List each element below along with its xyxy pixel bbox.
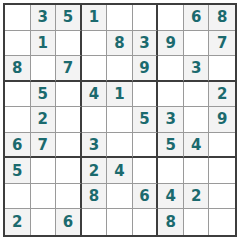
cell-r4c1[interactable] [5,82,31,108]
cell-r3c1[interactable]: 8 [5,56,31,82]
cell-r6c7[interactable]: 5 [158,133,184,159]
cell-r5c7[interactable]: 3 [158,107,184,133]
cell-r1c2[interactable]: 3 [31,5,57,31]
cell-r3c2[interactable] [31,56,57,82]
sudoku-page: 3516818397879354122539673545248642268 [0,0,240,240]
cell-r8c9[interactable] [209,184,235,210]
cell-r9c6[interactable] [133,209,159,235]
cell-r5c4[interactable] [82,107,108,133]
cell-r9c9[interactable] [209,209,235,235]
cell-r6c5[interactable] [107,133,133,159]
sudoku-board: 3516818397879354122539673545248642268 [3,3,237,237]
cell-r6c6[interactable] [133,133,159,159]
cell-r2c3[interactable] [56,31,82,57]
cell-r9c3[interactable]: 6 [56,209,82,235]
cell-r6c8[interactable]: 4 [184,133,210,159]
cell-r6c2[interactable]: 7 [31,133,57,159]
cell-r3c9[interactable] [209,56,235,82]
cell-r3c5[interactable] [107,56,133,82]
cell-r5c5[interactable] [107,107,133,133]
cell-r9c4[interactable] [82,209,108,235]
cell-r4c2[interactable]: 5 [31,82,57,108]
cell-r6c4[interactable]: 3 [82,133,108,159]
cell-r6c1[interactable]: 6 [5,133,31,159]
cell-r8c8[interactable]: 2 [184,184,210,210]
cell-r6c9[interactable] [209,133,235,159]
cell-r7c6[interactable] [133,158,159,184]
cell-r1c9[interactable]: 8 [209,5,235,31]
cell-r5c9[interactable]: 9 [209,107,235,133]
cell-r7c3[interactable] [56,158,82,184]
cell-r4c9[interactable]: 2 [209,82,235,108]
cell-r1c7[interactable] [158,5,184,31]
cell-r5c6[interactable]: 5 [133,107,159,133]
cell-r3c6[interactable]: 9 [133,56,159,82]
cell-r3c3[interactable]: 7 [56,56,82,82]
cell-r2c7[interactable]: 9 [158,31,184,57]
cell-r5c3[interactable] [56,107,82,133]
cell-r2c8[interactable] [184,31,210,57]
cell-r9c8[interactable] [184,209,210,235]
cell-r8c5[interactable] [107,184,133,210]
cell-r2c6[interactable]: 3 [133,31,159,57]
cell-r5c2[interactable]: 2 [31,107,57,133]
cell-r2c1[interactable] [5,31,31,57]
cell-r7c5[interactable]: 4 [107,158,133,184]
cell-r2c9[interactable]: 7 [209,31,235,57]
cell-r7c8[interactable] [184,158,210,184]
cell-r9c1[interactable]: 2 [5,209,31,235]
cell-r2c5[interactable]: 8 [107,31,133,57]
cell-r3c8[interactable]: 3 [184,56,210,82]
cell-r7c2[interactable] [31,158,57,184]
cell-r9c7[interactable]: 8 [158,209,184,235]
cell-r8c6[interactable]: 6 [133,184,159,210]
cell-r3c4[interactable] [82,56,108,82]
cell-r6c3[interactable] [56,133,82,159]
cell-r9c5[interactable] [107,209,133,235]
cell-r4c5[interactable]: 1 [107,82,133,108]
cell-r1c8[interactable]: 6 [184,5,210,31]
cell-r4c6[interactable] [133,82,159,108]
cell-r1c1[interactable] [5,5,31,31]
cell-r1c4[interactable]: 1 [82,5,108,31]
cell-r8c2[interactable] [31,184,57,210]
cell-r3c7[interactable] [158,56,184,82]
cell-r4c7[interactable] [158,82,184,108]
cell-r8c1[interactable] [5,184,31,210]
cell-r4c4[interactable]: 4 [82,82,108,108]
cell-r7c1[interactable]: 5 [5,158,31,184]
cell-r1c3[interactable]: 5 [56,5,82,31]
cell-r5c8[interactable] [184,107,210,133]
cell-r8c7[interactable]: 4 [158,184,184,210]
cell-r1c6[interactable] [133,5,159,31]
cell-r4c8[interactable] [184,82,210,108]
cell-r4c3[interactable] [56,82,82,108]
cell-r1c5[interactable] [107,5,133,31]
cell-r7c4[interactable]: 2 [82,158,108,184]
cell-r7c7[interactable] [158,158,184,184]
cell-r7c9[interactable] [209,158,235,184]
cell-r9c2[interactable] [31,209,57,235]
cell-r8c4[interactable]: 8 [82,184,108,210]
cell-r5c1[interactable] [5,107,31,133]
cell-r2c2[interactable]: 1 [31,31,57,57]
cell-r2c4[interactable] [82,31,108,57]
cell-r8c3[interactable] [56,184,82,210]
